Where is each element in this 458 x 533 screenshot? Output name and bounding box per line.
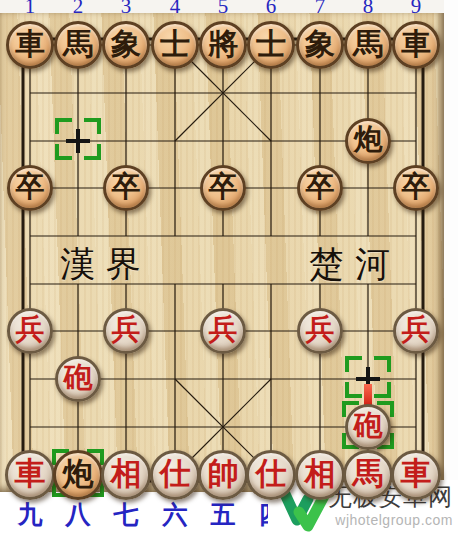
red-piece-仕[interactable]: 仕 bbox=[150, 450, 200, 500]
red-piece-兵[interactable]: 兵 bbox=[393, 308, 439, 354]
black-piece-卒[interactable]: 卒 bbox=[297, 165, 343, 211]
red-piece-車[interactable]: 車 bbox=[5, 450, 55, 500]
red-piece-帥[interactable]: 帥 bbox=[198, 450, 248, 500]
black-piece-卒[interactable]: 卒 bbox=[393, 165, 439, 211]
black-piece-卒[interactable]: 卒 bbox=[200, 165, 246, 211]
red-piece-兵[interactable]: 兵 bbox=[103, 308, 149, 354]
red-piece-砲[interactable]: 砲 bbox=[55, 356, 101, 402]
red-piece-兵[interactable]: 兵 bbox=[200, 308, 246, 354]
red-piece-車[interactable]: 車 bbox=[391, 450, 441, 500]
red-piece-相[interactable]: 相 bbox=[295, 450, 345, 500]
red-piece-兵[interactable]: 兵 bbox=[297, 308, 343, 354]
black-piece-卒[interactable]: 卒 bbox=[7, 165, 53, 211]
right-background-strip bbox=[444, 0, 458, 533]
black-piece-卒[interactable]: 卒 bbox=[103, 165, 149, 211]
watermark-site-url: wjhotelgroup.com bbox=[335, 512, 453, 528]
red-piece-砲[interactable]: 砲 bbox=[345, 404, 391, 450]
red-piece-仕[interactable]: 仕 bbox=[246, 450, 296, 500]
red-piece-馬[interactable]: 馬 bbox=[343, 450, 393, 500]
black-piece-炮[interactable]: 炮 bbox=[53, 450, 103, 500]
red-piece-兵[interactable]: 兵 bbox=[7, 308, 53, 354]
red-piece-相[interactable]: 相 bbox=[101, 450, 151, 500]
xiangqi-app-screenshot: 漢界 楚河 車馬象士將士象馬車炮卒卒卒卒卒兵兵兵兵兵砲砲車炮相仕帥仕相馬車 无极… bbox=[0, 0, 458, 533]
